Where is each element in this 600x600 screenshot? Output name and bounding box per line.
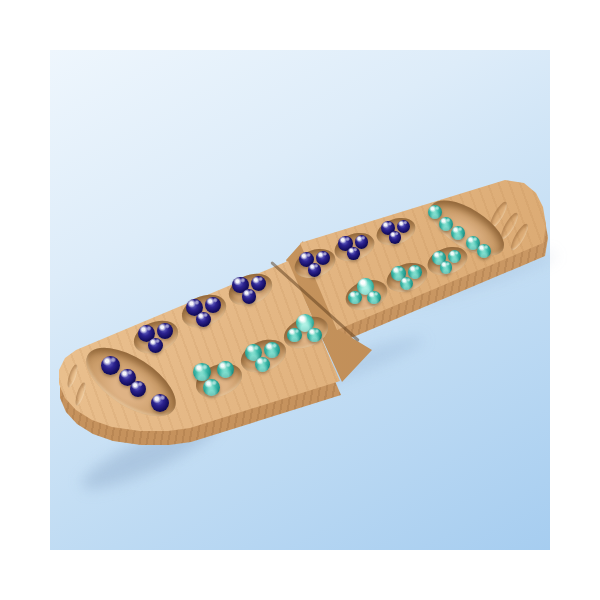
stone-teal <box>255 357 270 372</box>
stone-teal <box>287 328 302 343</box>
stone-blue <box>397 220 410 233</box>
stone-blue <box>148 338 163 353</box>
stone-blue <box>151 394 169 412</box>
stone-blue <box>101 356 120 375</box>
stone-teal <box>203 379 220 396</box>
stone-blue <box>251 276 266 291</box>
stone-blue <box>157 323 173 339</box>
stone-blue <box>130 381 146 397</box>
stone-blue <box>196 312 211 327</box>
stone-teal <box>400 277 413 290</box>
stone-blue <box>308 263 321 276</box>
stone-teal <box>448 250 461 263</box>
stone-teal <box>440 261 452 273</box>
stone-teal <box>451 226 465 240</box>
stone-teal <box>217 361 234 378</box>
stone-blue <box>242 289 256 303</box>
stone-teal <box>477 244 491 258</box>
stone-blue <box>355 235 369 249</box>
stone-teal <box>264 342 280 358</box>
stone-teal <box>428 205 442 219</box>
stone-teal <box>408 265 422 279</box>
stone-blue <box>316 251 330 265</box>
stone-blue <box>347 247 360 260</box>
stone-blue <box>389 231 401 243</box>
stone-blue <box>205 297 221 313</box>
stone-teal <box>193 363 211 381</box>
